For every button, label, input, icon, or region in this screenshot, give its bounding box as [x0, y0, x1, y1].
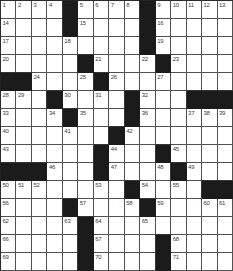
cell-r15c9[interactable] [125, 253, 140, 271]
clue-number-54: 54 [142, 182, 148, 188]
clue-number-17: 17 [3, 38, 9, 44]
cell-r14c12[interactable]: 68 [171, 235, 186, 253]
cell-r6c8[interactable] [109, 91, 124, 109]
clue-number-38: 38 [204, 110, 210, 116]
cell-r2c2[interactable] [16, 19, 31, 37]
cell-r9c5[interactable] [63, 145, 78, 163]
cell-r8c10[interactable] [140, 127, 155, 145]
cell-r5c14[interactable] [202, 73, 217, 91]
black-square-r5c1 [1, 73, 16, 91]
cell-r6c7[interactable]: 31 [94, 91, 109, 109]
cell-r1c1[interactable]: 1 [1, 1, 16, 19]
cell-r8c15[interactable] [218, 127, 233, 145]
cell-r2c4[interactable] [47, 19, 62, 37]
cell-r15c12[interactable]: 71 [171, 253, 186, 271]
cell-r13c13[interactable] [187, 217, 202, 235]
clue-number-70: 70 [95, 254, 101, 260]
black-square-r11c14 [202, 181, 217, 199]
clue-number-14: 14 [3, 20, 9, 26]
cell-r6c12[interactable] [171, 91, 186, 109]
black-square-r12c5 [63, 199, 78, 217]
cell-r3c15[interactable] [218, 37, 233, 55]
clue-number-68: 68 [173, 236, 179, 242]
cell-r12c3[interactable] [32, 199, 47, 217]
clue-number-1: 1 [3, 2, 6, 8]
cell-r10c9[interactable] [125, 163, 140, 181]
clue-number-24: 24 [33, 74, 39, 80]
cell-r2c6[interactable]: 15 [78, 19, 93, 37]
cell-r4c15[interactable] [218, 55, 233, 73]
clue-number-65: 65 [142, 218, 148, 224]
clue-number-57: 57 [80, 200, 86, 206]
cell-r11c13[interactable] [187, 181, 202, 199]
clue-number-45: 45 [173, 146, 179, 152]
cell-r6c1[interactable]: 28 [1, 91, 16, 109]
cell-r6c2[interactable]: 29 [16, 91, 31, 109]
cell-r4c10[interactable]: 22 [140, 55, 155, 73]
black-square-r7c9 [125, 109, 140, 127]
cell-r15c8[interactable] [109, 253, 124, 271]
clue-number-37: 37 [188, 110, 194, 116]
clue-number-64: 64 [95, 218, 101, 224]
clue-number-16: 16 [157, 20, 163, 26]
cell-r1c12[interactable]: 10 [171, 1, 186, 19]
cell-r8c12[interactable] [171, 127, 186, 145]
black-square-r6c15 [218, 91, 233, 109]
cell-r1c2[interactable]: 2 [16, 1, 31, 19]
cell-r3c5[interactable]: 18 [63, 37, 78, 55]
cell-r4c7[interactable]: 21 [94, 55, 109, 73]
clue-number-69: 69 [3, 254, 9, 260]
cell-r9c12[interactable]: 45 [171, 145, 186, 163]
cell-r5c3[interactable]: 24 [32, 73, 47, 91]
black-square-r15c6 [78, 253, 93, 271]
cell-r3c2[interactable] [16, 37, 31, 55]
cell-r5c9[interactable] [125, 73, 140, 91]
cell-r12c11[interactable]: 59 [156, 199, 171, 217]
cell-r3c1[interactable]: 17 [1, 37, 16, 55]
black-square-r1c5 [63, 1, 78, 19]
cell-r13c11[interactable] [156, 217, 171, 235]
clue-number-21: 21 [95, 56, 101, 62]
clue-number-11: 11 [188, 2, 194, 8]
clue-number-2: 2 [18, 2, 21, 8]
clue-number-35: 35 [80, 110, 86, 116]
clue-number-67: 67 [95, 236, 101, 242]
black-square-r7c5 [63, 109, 78, 127]
clue-number-40: 40 [3, 128, 9, 134]
clue-number-41: 41 [64, 128, 70, 134]
clue-number-25: 25 [80, 74, 86, 80]
cell-r14c15[interactable] [218, 235, 233, 253]
black-square-r11c9 [125, 181, 140, 199]
cell-r9c14[interactable] [202, 145, 217, 163]
cell-r8c6[interactable] [78, 127, 93, 145]
cell-r6c10[interactable]: 32 [140, 91, 155, 109]
cell-r11c1[interactable]: 50 [1, 181, 16, 199]
cell-r12c7[interactable] [94, 199, 109, 217]
cell-r1c13[interactable]: 11 [187, 1, 202, 19]
clue-number-3: 3 [33, 2, 36, 8]
cell-r11c6[interactable] [78, 181, 93, 199]
clue-number-29: 29 [18, 92, 24, 98]
cell-r10c13[interactable]: 49 [187, 163, 202, 181]
cell-r14c1[interactable]: 66 [1, 235, 16, 253]
cell-r10c15[interactable] [218, 163, 233, 181]
cell-r7c6[interactable]: 35 [78, 109, 93, 127]
cell-r10c6[interactable] [78, 163, 93, 181]
cell-r2c11[interactable]: 16 [156, 19, 171, 37]
cell-r7c15[interactable]: 39 [218, 109, 233, 127]
clue-number-61: 61 [219, 200, 225, 206]
cell-r3c8[interactable] [109, 37, 124, 55]
clue-number-36: 36 [142, 110, 148, 116]
cell-r2c15[interactable] [218, 19, 233, 37]
black-square-r9c11 [156, 145, 171, 163]
clue-number-66: 66 [3, 236, 9, 242]
cell-r15c13[interactable] [187, 253, 202, 271]
cell-r4c12[interactable]: 23 [171, 55, 186, 73]
clue-number-6: 6 [95, 2, 98, 8]
cell-r11c3[interactable]: 52 [32, 181, 47, 199]
cell-r2c14[interactable] [202, 19, 217, 37]
cell-r1c7[interactable]: 6 [94, 1, 109, 19]
cell-r8c7[interactable] [94, 127, 109, 145]
clue-number-59: 59 [157, 200, 163, 206]
cell-r3c13[interactable] [187, 37, 202, 55]
black-square-r10c7 [94, 163, 109, 181]
cell-r13c15[interactable] [218, 217, 233, 235]
cell-r9c8[interactable]: 44 [109, 145, 124, 163]
cell-r1c8[interactable]: 7 [109, 1, 124, 19]
clue-number-50: 50 [3, 182, 9, 188]
black-square-r6c9 [125, 91, 140, 109]
cell-r3c6[interactable] [78, 37, 93, 55]
cell-r12c8[interactable] [109, 199, 124, 217]
black-square-r5c7 [94, 73, 109, 91]
cell-r2c3[interactable] [32, 19, 47, 37]
cell-r8c13[interactable] [187, 127, 202, 145]
black-square-r15c11 [156, 253, 171, 271]
cell-r5c12[interactable] [171, 73, 186, 91]
cell-r4c14[interactable] [202, 55, 217, 73]
cell-r3c7[interactable] [94, 37, 109, 55]
cell-r15c2[interactable] [16, 253, 31, 271]
cell-r4c4[interactable] [47, 55, 62, 73]
cell-r12c4[interactable] [47, 199, 62, 217]
cell-r10c11[interactable]: 48 [156, 163, 171, 181]
black-square-r6c13 [187, 91, 202, 109]
cell-r3c3[interactable] [32, 37, 47, 55]
cell-r7c1[interactable]: 33 [1, 109, 16, 127]
cell-r5c15[interactable] [218, 73, 233, 91]
cell-r12c14[interactable]: 60 [202, 199, 217, 217]
cell-r15c3[interactable] [32, 253, 47, 271]
cell-r7c2[interactable] [16, 109, 31, 127]
cell-r5c4[interactable] [47, 73, 62, 91]
cell-r13c9[interactable] [125, 217, 140, 235]
cell-r6c3[interactable] [32, 91, 47, 109]
cell-r13c14[interactable] [202, 217, 217, 235]
black-square-r6c14 [202, 91, 217, 109]
cell-r13c8[interactable] [109, 217, 124, 235]
cell-r4c13[interactable] [187, 55, 202, 73]
clue-number-13: 13 [219, 2, 225, 8]
clue-number-7: 7 [111, 2, 114, 8]
clue-number-55: 55 [173, 182, 179, 188]
cell-r3c11[interactable]: 19 [156, 37, 171, 55]
cell-r12c15[interactable]: 61 [218, 199, 233, 217]
cell-r10c10[interactable] [140, 163, 155, 181]
cell-r14c4[interactable] [47, 235, 62, 253]
cell-r5c5[interactable] [63, 73, 78, 91]
clue-number-52: 52 [33, 182, 39, 188]
clue-number-46: 46 [49, 164, 55, 170]
cell-r11c11[interactable] [156, 181, 171, 199]
cell-r4c8[interactable] [109, 55, 124, 73]
clue-number-39: 39 [219, 110, 225, 116]
clue-number-62: 62 [3, 218, 9, 224]
cell-r15c5[interactable] [63, 253, 78, 271]
black-square-r14c6 [78, 235, 93, 253]
black-square-r13c6 [78, 217, 93, 235]
clue-number-43: 43 [3, 146, 9, 152]
cell-r4c2[interactable] [16, 55, 31, 73]
clue-number-31: 31 [95, 92, 101, 98]
cell-r5c8[interactable]: 26 [109, 73, 124, 91]
black-square-r2c10 [140, 19, 155, 37]
cell-r13c2[interactable] [16, 217, 31, 235]
cell-r8c2[interactable] [16, 127, 31, 145]
cell-r14c14[interactable] [202, 235, 217, 253]
cell-r3c14[interactable] [202, 37, 217, 55]
cell-r2c9[interactable] [125, 19, 140, 37]
clue-number-44: 44 [111, 146, 117, 152]
cell-r12c9[interactable]: 58 [125, 199, 140, 217]
cell-r7c3[interactable] [32, 109, 47, 127]
black-square-r3c10 [140, 37, 155, 55]
cell-r7c4[interactable]: 34 [47, 109, 62, 127]
cell-r15c7[interactable]: 70 [94, 253, 109, 271]
cell-r13c10[interactable]: 65 [140, 217, 155, 235]
cell-r9c9[interactable] [125, 145, 140, 163]
cell-r6c11[interactable] [156, 91, 171, 109]
cell-r14c2[interactable] [16, 235, 31, 253]
cell-r5c6[interactable]: 25 [78, 73, 93, 91]
clue-number-8: 8 [126, 2, 129, 8]
cell-r6c6[interactable] [78, 91, 93, 109]
clue-number-51: 51 [18, 182, 24, 188]
cell-r1c14[interactable]: 12 [202, 1, 217, 19]
cell-r12c13[interactable] [187, 199, 202, 217]
cell-r9c4[interactable] [47, 145, 62, 163]
black-square-r12c10 [140, 199, 155, 217]
cell-r1c9[interactable]: 8 [125, 1, 140, 19]
cell-r7c7[interactable] [94, 109, 109, 127]
cell-r1c15[interactable]: 13 [218, 1, 233, 19]
cell-r14c3[interactable] [32, 235, 47, 253]
clue-number-4: 4 [49, 2, 52, 8]
black-square-r4c11 [156, 55, 171, 73]
clue-number-42: 42 [126, 128, 132, 134]
clue-number-12: 12 [204, 2, 210, 8]
clue-number-63: 63 [64, 218, 70, 224]
cell-r11c5[interactable] [63, 181, 78, 199]
cell-r2c13[interactable] [187, 19, 202, 37]
cell-r15c1[interactable]: 69 [1, 253, 16, 271]
clue-number-49: 49 [188, 164, 194, 170]
cell-r5c11[interactable]: 27 [156, 73, 171, 91]
black-square-r9c7 [94, 145, 109, 163]
cell-r5c10[interactable] [140, 73, 155, 91]
cell-r9c15[interactable] [218, 145, 233, 163]
cell-r12c6[interactable]: 57 [78, 199, 93, 217]
black-square-r10c3 [32, 163, 47, 181]
cell-r8c14[interactable] [202, 127, 217, 145]
cell-r3c12[interactable] [171, 37, 186, 55]
clue-number-30: 30 [64, 92, 70, 98]
clue-number-58: 58 [126, 200, 132, 206]
cell-r9c2[interactable] [16, 145, 31, 163]
clue-number-28: 28 [3, 92, 9, 98]
cell-r11c8[interactable] [109, 181, 124, 199]
clue-number-22: 22 [142, 56, 148, 62]
cell-r12c12[interactable] [171, 199, 186, 217]
cell-r1c3[interactable]: 3 [32, 1, 47, 19]
cell-r10c8[interactable]: 47 [109, 163, 124, 181]
black-square-r5c2 [16, 73, 31, 91]
cell-r2c1[interactable]: 14 [1, 19, 16, 37]
crossword-grid: 1234567891011121314151617181920212223242… [0, 0, 233, 271]
cell-r10c14[interactable] [202, 163, 217, 181]
cell-r14c8[interactable] [109, 235, 124, 253]
cell-r4c9[interactable] [125, 55, 140, 73]
clue-number-60: 60 [204, 200, 210, 206]
cell-r12c2[interactable] [16, 199, 31, 217]
cell-r14c13[interactable] [187, 235, 202, 253]
cell-r9c1[interactable]: 43 [1, 145, 16, 163]
clue-number-23: 23 [173, 56, 179, 62]
cell-r10c5[interactable] [63, 163, 78, 181]
cell-r7c12[interactable] [171, 109, 186, 127]
cell-r14c5[interactable] [63, 235, 78, 253]
cell-r2c8[interactable] [109, 19, 124, 37]
clue-number-27: 27 [157, 74, 163, 80]
cell-r13c3[interactable] [32, 217, 47, 235]
cell-r13c7[interactable]: 64 [94, 217, 109, 235]
cell-r11c12[interactable]: 55 [171, 181, 186, 199]
clue-number-33: 33 [3, 110, 9, 116]
cell-r1c4[interactable]: 4 [47, 1, 62, 19]
cell-r7c14[interactable]: 38 [202, 109, 217, 127]
cell-r7c8[interactable] [109, 109, 124, 127]
cell-r15c14[interactable] [202, 253, 217, 271]
cell-r9c6[interactable] [78, 145, 93, 163]
black-square-r10c2 [16, 163, 31, 181]
cell-r8c11[interactable] [156, 127, 171, 145]
cell-r8c1[interactable]: 40 [1, 127, 16, 145]
cell-r14c10[interactable] [140, 235, 155, 253]
cell-r11c4[interactable] [47, 181, 62, 199]
cell-r2c12[interactable] [171, 19, 186, 37]
cell-r2c7[interactable] [94, 19, 109, 37]
clue-number-18: 18 [64, 38, 70, 44]
clue-number-26: 26 [111, 74, 117, 80]
clue-number-15: 15 [80, 20, 86, 26]
cell-r1c11[interactable]: 9 [156, 1, 171, 19]
black-square-r8c8 [109, 127, 124, 145]
clue-number-71: 71 [173, 254, 179, 260]
cell-r9c13[interactable] [187, 145, 202, 163]
clue-number-10: 10 [173, 2, 179, 8]
clue-number-34: 34 [49, 110, 55, 116]
cell-r12c1[interactable]: 56 [1, 199, 16, 217]
cell-r4c3[interactable] [32, 55, 47, 73]
cell-r3c9[interactable] [125, 37, 140, 55]
cell-r5c13[interactable] [187, 73, 202, 91]
cell-r7c11[interactable] [156, 109, 171, 127]
cell-r6c5[interactable]: 30 [63, 91, 78, 109]
cell-r10c4[interactable]: 46 [47, 163, 62, 181]
cell-r7c13[interactable]: 37 [187, 109, 202, 127]
black-square-r11c15 [218, 181, 233, 199]
black-square-r10c1 [1, 163, 16, 181]
cell-r1c6[interactable]: 5 [78, 1, 93, 19]
cell-r9c10[interactable] [140, 145, 155, 163]
cell-r8c5[interactable]: 41 [63, 127, 78, 145]
cell-r11c7[interactable]: 53 [94, 181, 109, 199]
cell-r14c7[interactable]: 67 [94, 235, 109, 253]
cell-r13c12[interactable] [171, 217, 186, 235]
black-square-r6c4 [47, 91, 62, 109]
cell-r11c10[interactable]: 54 [140, 181, 155, 199]
cell-r13c4[interactable] [47, 217, 62, 235]
cell-r8c3[interactable] [32, 127, 47, 145]
cell-r4c1[interactable]: 20 [1, 55, 16, 73]
clue-number-20: 20 [3, 56, 9, 62]
black-square-r10c12 [171, 163, 186, 181]
black-square-r14c11 [156, 235, 171, 253]
cell-r13c1[interactable]: 62 [1, 217, 16, 235]
clue-number-48: 48 [157, 164, 163, 170]
clue-number-32: 32 [142, 92, 148, 98]
clue-number-5: 5 [80, 2, 83, 8]
cell-r9c3[interactable] [32, 145, 47, 163]
cell-r15c10[interactable] [140, 253, 155, 271]
cell-r4c5[interactable] [63, 55, 78, 73]
clue-number-56: 56 [3, 200, 9, 206]
clue-number-9: 9 [157, 2, 160, 8]
black-square-r1c10 [140, 1, 155, 19]
black-square-r2c5 [63, 19, 78, 37]
cell-r15c4[interactable] [47, 253, 62, 271]
cell-r11c2[interactable]: 51 [16, 181, 31, 199]
cell-r13c5[interactable]: 63 [63, 217, 78, 235]
clue-number-47: 47 [111, 164, 117, 170]
cell-r8c4[interactable] [47, 127, 62, 145]
black-square-r4c6 [78, 55, 93, 73]
clue-number-19: 19 [157, 38, 163, 44]
cell-r8c9[interactable]: 42 [125, 127, 140, 145]
clue-number-53: 53 [95, 182, 101, 188]
cell-r3c4[interactable] [47, 37, 62, 55]
cell-r14c9[interactable] [125, 235, 140, 253]
cell-r7c10[interactable]: 36 [140, 109, 155, 127]
cell-r15c15[interactable] [218, 253, 233, 271]
